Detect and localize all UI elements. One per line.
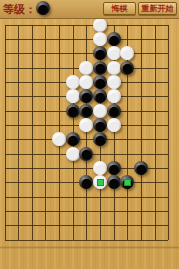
grid-line-horizontal (5, 211, 169, 212)
restart-button[interactable]: 重新开始 (138, 2, 177, 15)
white-stone: ● (93, 104, 107, 118)
white-stone: ● (120, 46, 134, 60)
black-stone: ● (93, 118, 107, 132)
white-stone: ● (107, 61, 121, 75)
grid-line-vertical (18, 25, 19, 240)
app-window: 等级：1 ● 悔棋 重新开始 ●●●●●●●●●●●●●●●●●●●●●●●●●… (0, 0, 179, 269)
white-stone: ● (107, 46, 121, 60)
grid-line-horizontal (5, 240, 169, 241)
board[interactable]: ●●●●●●●●●●●●●●●●●●●●●●●●●●●●●●●●●●●●● (0, 18, 179, 269)
black-stone: ● (79, 175, 93, 189)
white-stone: ● (66, 75, 80, 89)
white-stone: ● (52, 132, 66, 146)
black-stone: ● (93, 89, 107, 103)
last-move-marker (124, 179, 131, 186)
grid-line-vertical (5, 25, 6, 240)
white-stone: ● (107, 89, 121, 103)
grid-line-vertical (32, 25, 33, 240)
board-bottom-edge (0, 246, 179, 249)
grid-line-horizontal (5, 25, 169, 26)
turn-indicator-black-stone-icon: ● (36, 1, 50, 15)
header-bar: 等级：1 ● 悔棋 重新开始 (0, 0, 179, 19)
white-stone: ● (107, 118, 121, 132)
white-stone: ● (79, 75, 93, 89)
black-stone: ● (107, 161, 121, 175)
white-stone: ● (66, 89, 80, 103)
black-stone: ● (134, 161, 148, 175)
grid-line-horizontal (5, 39, 169, 40)
black-stone: ● (79, 89, 93, 103)
black-stone: ● (107, 104, 121, 118)
white-stone: ● (93, 18, 107, 32)
grid-line-horizontal (5, 225, 169, 226)
black-stone: ● (66, 132, 80, 146)
grid-line-horizontal (5, 139, 169, 140)
white-stone: ● (79, 61, 93, 75)
grid-line-horizontal (5, 197, 169, 198)
white-stone: ● (107, 75, 121, 89)
white-stone: ● (93, 32, 107, 46)
black-stone: ● (93, 46, 107, 60)
white-stone: ● (79, 118, 93, 132)
undo-button[interactable]: 悔棋 (103, 2, 136, 15)
black-stone: ● (79, 104, 93, 118)
grid-line-vertical (45, 25, 46, 240)
black-stone: ● (107, 32, 121, 46)
grid-line-vertical (168, 25, 169, 240)
grid-line-horizontal (5, 53, 169, 54)
black-stone: ● (107, 175, 121, 189)
black-stone: ● (93, 61, 107, 75)
grid-line-vertical (141, 25, 142, 240)
black-stone: ● (93, 132, 107, 146)
black-stone: ● (79, 147, 93, 161)
black-stone: ● (120, 61, 134, 75)
black-stone: ● (66, 104, 80, 118)
black-stone: ● (93, 75, 107, 89)
white-stone: ● (93, 161, 107, 175)
last-move-marker (97, 179, 104, 186)
grid-line-vertical (155, 25, 156, 240)
white-stone: ● (66, 147, 80, 161)
